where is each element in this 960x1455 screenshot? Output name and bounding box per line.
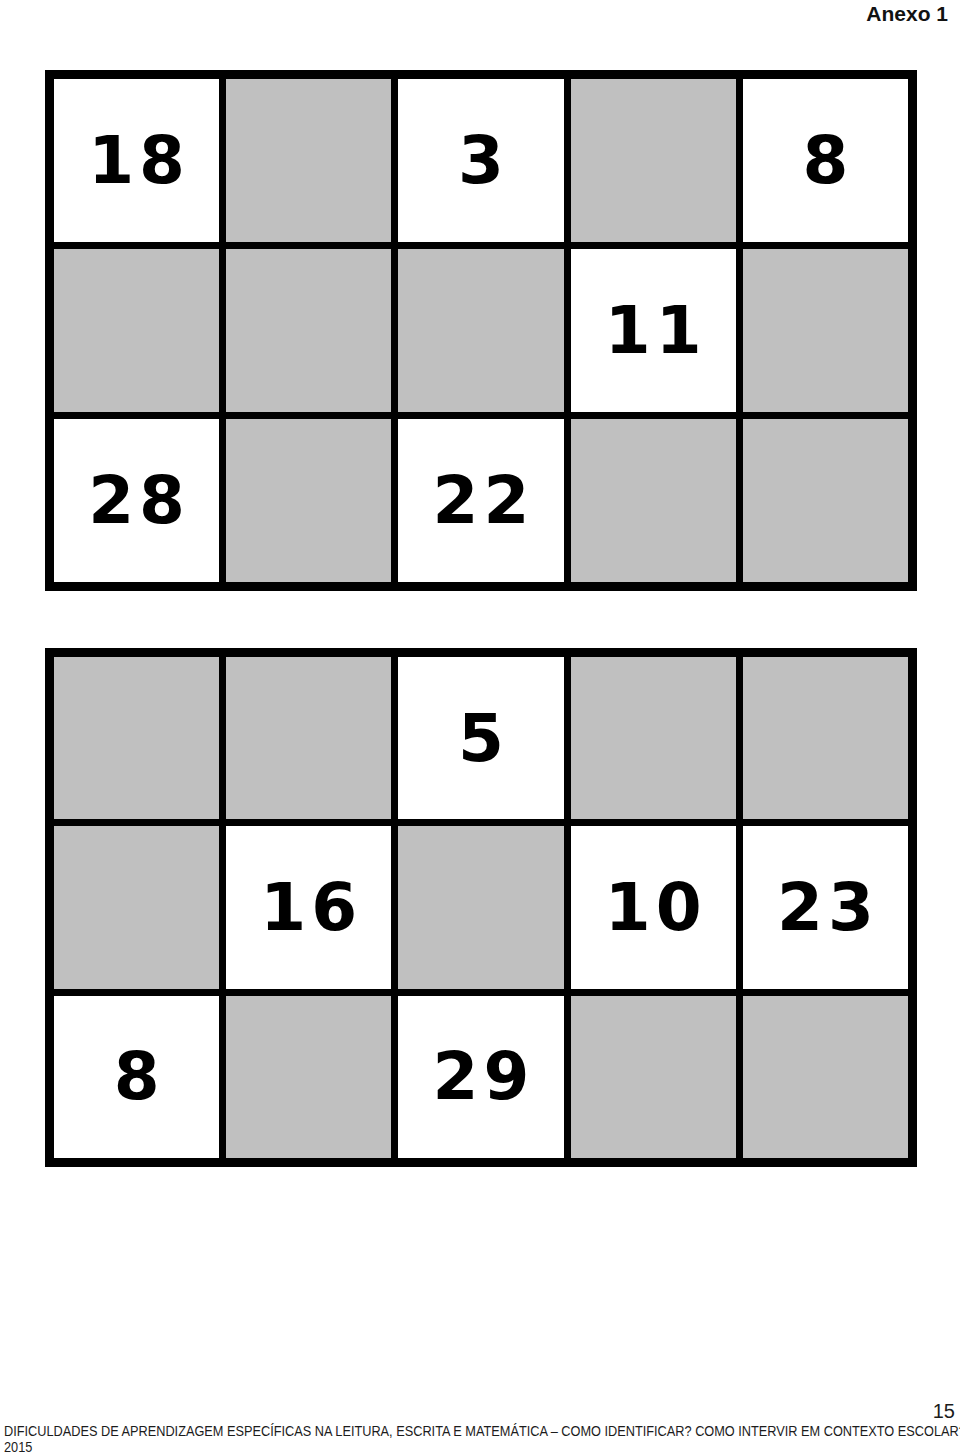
grid-cell-empty bbox=[743, 996, 908, 1158]
grid-cell-empty bbox=[226, 657, 391, 819]
grid-cell-given: 10 bbox=[571, 826, 736, 988]
grid-cell-empty bbox=[54, 826, 219, 988]
grid-cell-given: 18 bbox=[54, 79, 219, 242]
footer-line-1: DIFICULDADES DE APRENDIZAGEM ESPECÍFICAS… bbox=[4, 1423, 950, 1439]
grid-cell-empty bbox=[743, 657, 908, 819]
grid-cell-empty bbox=[743, 419, 908, 582]
footer-line-2: 2015 bbox=[4, 1439, 950, 1455]
grid-cell-empty bbox=[54, 249, 219, 412]
grid-cell-given: 3 bbox=[398, 79, 563, 242]
grid-cell-given: 8 bbox=[54, 996, 219, 1158]
grid-cell-given: 11 bbox=[571, 249, 736, 412]
grid-cell-empty bbox=[398, 826, 563, 988]
grid-cell-empty bbox=[226, 79, 391, 242]
grid-cell-given: 29 bbox=[398, 996, 563, 1158]
grid-cell-given: 23 bbox=[743, 826, 908, 988]
grid-cell-empty bbox=[226, 419, 391, 582]
grid-cell-empty bbox=[571, 79, 736, 242]
number-grid-2: 5161023829 bbox=[45, 648, 917, 1167]
grid-cell-empty bbox=[571, 996, 736, 1158]
page-number: 15 bbox=[933, 1400, 955, 1423]
grid-cell-empty bbox=[54, 657, 219, 819]
grid-cell-given: 8 bbox=[743, 79, 908, 242]
grid-cell-empty bbox=[226, 996, 391, 1158]
grid-cell-given: 16 bbox=[226, 826, 391, 988]
number-grid-1: 1838112822 bbox=[45, 70, 917, 591]
grid-cell-empty bbox=[743, 249, 908, 412]
worksheet-page: Anexo 1 1838112822 5161023829 15 DIFICUL… bbox=[0, 0, 960, 1455]
grid-cell-empty bbox=[571, 657, 736, 819]
grid-cell-empty bbox=[398, 249, 563, 412]
grid-cell-given: 5 bbox=[398, 657, 563, 819]
footer: DIFICULDADES DE APRENDIZAGEM ESPECÍFICAS… bbox=[4, 1423, 950, 1455]
grid-cell-given: 22 bbox=[398, 419, 563, 582]
grid-cell-given: 28 bbox=[54, 419, 219, 582]
annex-title: Anexo 1 bbox=[866, 2, 948, 26]
grid-cell-empty bbox=[571, 419, 736, 582]
grid-cell-empty bbox=[226, 249, 391, 412]
